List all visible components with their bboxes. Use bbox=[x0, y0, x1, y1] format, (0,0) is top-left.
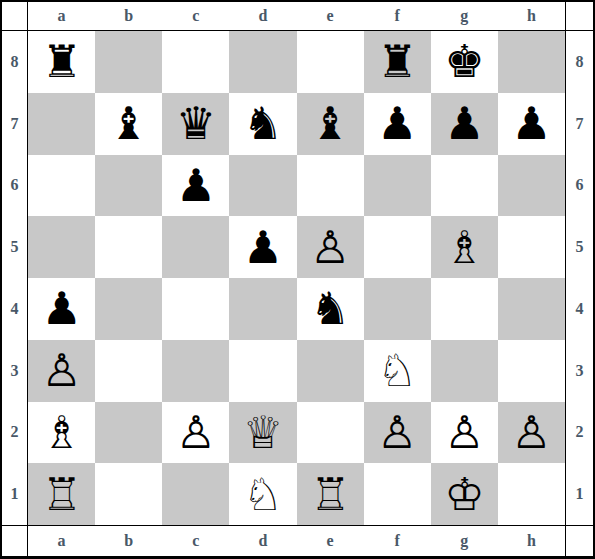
square-e1[interactable]: ♖ bbox=[297, 463, 364, 525]
file-label-c-bottom: c bbox=[162, 533, 229, 549]
white-king-piece: ♔ bbox=[444, 472, 484, 517]
square-g4[interactable] bbox=[431, 278, 498, 340]
file-label-e-top: e bbox=[297, 8, 364, 24]
black-queen-piece: ♛ bbox=[176, 101, 216, 146]
black-bishop-piece: ♝ bbox=[310, 101, 350, 146]
square-h2[interactable]: ♙ bbox=[498, 402, 565, 464]
corner-bottom-left bbox=[2, 526, 27, 556]
white-bishop-piece: ♗ bbox=[444, 225, 484, 270]
rank-label-2-left: 2 bbox=[2, 424, 27, 440]
square-e3[interactable] bbox=[297, 340, 364, 402]
black-pawn-piece: ♟ bbox=[511, 101, 551, 146]
square-b2[interactable] bbox=[95, 402, 162, 464]
square-a2[interactable]: ♗ bbox=[28, 402, 95, 464]
rank-label-6-left: 6 bbox=[2, 177, 27, 193]
black-pawn-piece: ♟ bbox=[41, 286, 81, 331]
file-label-b-top: b bbox=[95, 8, 162, 24]
square-e2[interactable] bbox=[297, 402, 364, 464]
white-rook-piece: ♖ bbox=[41, 472, 81, 517]
white-bishop-piece: ♗ bbox=[41, 410, 81, 455]
square-g8[interactable]: ♚ bbox=[431, 31, 498, 93]
square-d4[interactable] bbox=[229, 278, 296, 340]
black-pawn-piece: ♟ bbox=[377, 101, 417, 146]
square-a1[interactable]: ♖ bbox=[28, 463, 95, 525]
file-label-g-bottom: g bbox=[431, 533, 498, 549]
file-label-b-bottom: b bbox=[95, 533, 162, 549]
rank-label-6-right: 6 bbox=[566, 177, 593, 193]
black-pawn-piece: ♟ bbox=[176, 163, 216, 208]
square-h3[interactable] bbox=[498, 340, 565, 402]
white-queen-piece: ♕ bbox=[243, 410, 283, 455]
square-b3[interactable] bbox=[95, 340, 162, 402]
file-label-a-top: a bbox=[28, 8, 95, 24]
file-label-d-bottom: d bbox=[229, 533, 296, 549]
square-e4[interactable]: ♞ bbox=[297, 278, 364, 340]
rank-label-3-left: 3 bbox=[2, 363, 27, 379]
square-h1[interactable] bbox=[498, 463, 565, 525]
square-c4[interactable] bbox=[162, 278, 229, 340]
square-f8[interactable]: ♜ bbox=[364, 31, 431, 93]
white-pawn-piece: ♙ bbox=[444, 410, 484, 455]
square-e8[interactable] bbox=[297, 31, 364, 93]
black-king-piece: ♚ bbox=[444, 39, 484, 84]
file-label-f-bottom: f bbox=[364, 533, 431, 549]
rank-labels-left: 87654321 bbox=[2, 30, 27, 526]
square-h6[interactable] bbox=[498, 155, 565, 217]
square-e6[interactable] bbox=[297, 155, 364, 217]
file-label-d-top: d bbox=[229, 8, 296, 24]
white-pawn-piece: ♙ bbox=[377, 410, 417, 455]
white-pawn-piece: ♙ bbox=[511, 410, 551, 455]
black-pawn-piece: ♟ bbox=[243, 225, 283, 270]
square-c1[interactable] bbox=[162, 463, 229, 525]
corner-bottom-right bbox=[566, 526, 593, 556]
corner-top-right bbox=[566, 2, 593, 30]
square-h7[interactable]: ♟ bbox=[498, 93, 565, 155]
square-f4[interactable] bbox=[364, 278, 431, 340]
square-d3[interactable] bbox=[229, 340, 296, 402]
rank-label-7-right: 7 bbox=[566, 116, 593, 132]
rank-label-2-right: 2 bbox=[566, 424, 593, 440]
square-f3[interactable]: ♘ bbox=[364, 340, 431, 402]
rank-label-1-right: 1 bbox=[566, 486, 593, 502]
square-c8[interactable] bbox=[162, 31, 229, 93]
square-d1[interactable]: ♘ bbox=[229, 463, 296, 525]
file-label-h-top: h bbox=[498, 8, 565, 24]
rank-label-8-right: 8 bbox=[566, 54, 593, 70]
rank-label-3-right: 3 bbox=[566, 363, 593, 379]
square-g1[interactable]: ♔ bbox=[431, 463, 498, 525]
square-h8[interactable] bbox=[498, 31, 565, 93]
square-c2[interactable]: ♙ bbox=[162, 402, 229, 464]
file-label-f-top: f bbox=[364, 8, 431, 24]
rank-label-7-left: 7 bbox=[2, 116, 27, 132]
chess-board: ♜♜♚♝♛♞♝♟♟♟♟♟♙♗♟♞♙♘♗♙♕♙♙♙♖♘♖♔ bbox=[27, 30, 566, 526]
square-b7[interactable]: ♝ bbox=[95, 93, 162, 155]
square-d8[interactable] bbox=[229, 31, 296, 93]
black-bishop-piece: ♝ bbox=[109, 101, 149, 146]
square-c6[interactable]: ♟ bbox=[162, 155, 229, 217]
square-f5[interactable] bbox=[364, 216, 431, 278]
square-b1[interactable] bbox=[95, 463, 162, 525]
rank-label-4-right: 4 bbox=[566, 301, 593, 317]
file-labels-top: abcdefgh bbox=[27, 2, 566, 30]
square-g7[interactable]: ♟ bbox=[431, 93, 498, 155]
square-c5[interactable] bbox=[162, 216, 229, 278]
square-d2[interactable]: ♕ bbox=[229, 402, 296, 464]
white-knight-piece: ♘ bbox=[377, 348, 417, 393]
square-h4[interactable] bbox=[498, 278, 565, 340]
file-label-c-top: c bbox=[162, 8, 229, 24]
square-c3[interactable] bbox=[162, 340, 229, 402]
square-h5[interactable] bbox=[498, 216, 565, 278]
square-e5[interactable]: ♙ bbox=[297, 216, 364, 278]
square-g2[interactable]: ♙ bbox=[431, 402, 498, 464]
white-rook-piece: ♖ bbox=[310, 472, 350, 517]
black-rook-piece: ♜ bbox=[377, 39, 417, 84]
square-b4[interactable] bbox=[95, 278, 162, 340]
file-label-g-top: g bbox=[431, 8, 498, 24]
square-d7[interactable]: ♞ bbox=[229, 93, 296, 155]
rank-labels-right: 87654321 bbox=[566, 30, 593, 526]
white-knight-piece: ♘ bbox=[243, 472, 283, 517]
rank-label-8-left: 8 bbox=[2, 54, 27, 70]
square-f1[interactable] bbox=[364, 463, 431, 525]
black-knight-piece: ♞ bbox=[243, 101, 283, 146]
white-pawn-piece: ♙ bbox=[41, 348, 81, 393]
white-pawn-piece: ♙ bbox=[310, 225, 350, 270]
square-f6[interactable] bbox=[364, 155, 431, 217]
rank-label-5-left: 5 bbox=[2, 239, 27, 255]
square-f2[interactable]: ♙ bbox=[364, 402, 431, 464]
white-pawn-piece: ♙ bbox=[176, 410, 216, 455]
corner-top-left bbox=[2, 2, 27, 30]
square-g6[interactable] bbox=[431, 155, 498, 217]
square-g5[interactable]: ♗ bbox=[431, 216, 498, 278]
file-labels-bottom: abcdefgh bbox=[27, 526, 566, 556]
square-a4[interactable]: ♟ bbox=[28, 278, 95, 340]
file-label-a-bottom: a bbox=[28, 533, 95, 549]
square-a8[interactable]: ♜ bbox=[28, 31, 95, 93]
square-c7[interactable]: ♛ bbox=[162, 93, 229, 155]
black-pawn-piece: ♟ bbox=[444, 101, 484, 146]
square-a6[interactable] bbox=[28, 155, 95, 217]
square-d6[interactable] bbox=[229, 155, 296, 217]
black-rook-piece: ♜ bbox=[41, 39, 81, 84]
square-g3[interactable] bbox=[431, 340, 498, 402]
square-b6[interactable] bbox=[95, 155, 162, 217]
black-knight-piece: ♞ bbox=[310, 286, 350, 331]
file-label-h-bottom: h bbox=[498, 533, 565, 549]
square-e7[interactable]: ♝ bbox=[297, 93, 364, 155]
square-a5[interactable] bbox=[28, 216, 95, 278]
rank-label-4-left: 4 bbox=[2, 301, 27, 317]
square-f7[interactable]: ♟ bbox=[364, 93, 431, 155]
square-d5[interactable]: ♟ bbox=[229, 216, 296, 278]
file-label-e-bottom: e bbox=[297, 533, 364, 549]
rank-label-5-right: 5 bbox=[566, 239, 593, 255]
square-a7[interactable] bbox=[28, 93, 95, 155]
rank-label-1-left: 1 bbox=[2, 486, 27, 502]
square-b8[interactable] bbox=[95, 31, 162, 93]
square-b5[interactable] bbox=[95, 216, 162, 278]
chess-diagram: abcdefgh 87654321 ♜♜♚♝♛♞♝♟♟♟♟♟♙♗♟♞♙♘♗♙♕♙… bbox=[0, 0, 595, 559]
square-a3[interactable]: ♙ bbox=[28, 340, 95, 402]
